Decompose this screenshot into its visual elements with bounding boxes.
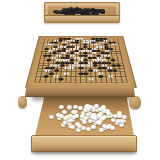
- black-stone: [55, 10, 59, 13]
- black-stone: [60, 11, 64, 14]
- white-stone: [82, 120, 87, 124]
- black-stone-tray[interactable]: [44, 2, 120, 23]
- go-set-photo: ●●●●●●●●●●●●●●●●●●●●●●●●●●●●●●●●●●●●●●●●…: [0, 0, 160, 160]
- white-stone: [94, 104, 99, 108]
- white-stone: [113, 114, 118, 118]
- white-stone: [77, 124, 82, 128]
- white-stone: [70, 125, 75, 129]
- white-stone: [122, 115, 127, 119]
- white-stone: [67, 105, 72, 109]
- white-stone: [106, 125, 111, 129]
- black-stone: [82, 9, 86, 12]
- white-stone: [106, 111, 111, 115]
- go-board: ●●●●●●●●●●●●●●●●●●●●●●●●●●●●●●●●●●●●●●●●…: [25, 18, 135, 96]
- white-stone: [110, 126, 115, 130]
- white-stone: [72, 115, 77, 119]
- left-leg: [18, 96, 27, 108]
- white-stone: [80, 114, 85, 118]
- tray-front: [45, 15, 119, 22]
- board-grid: ●●●●●●●●●●●●●●●●●●●●●●●●●●●●●●●●●●●●●●●●…: [32, 38, 130, 84]
- right-leg: [129, 96, 141, 109]
- white-stone: [99, 128, 104, 132]
- white-stone: [86, 127, 91, 131]
- white-stone: [49, 115, 54, 119]
- white-stone-drawer[interactable]: [31, 95, 137, 152]
- white-stone: [93, 116, 98, 120]
- board-cell[interactable]: [124, 81, 130, 84]
- board-front-edge: [25, 87, 135, 97]
- white-stone: [106, 114, 111, 118]
- white-stone: [91, 125, 96, 129]
- white-stone-pile: [37, 101, 131, 135]
- drawer-shadow: [34, 149, 134, 154]
- white-stone: [59, 105, 64, 109]
- board-surface: ●●●●●●●●●●●●●●●●●●●●●●●●●●●●●●●●●●●●●●●●…: [25, 36, 137, 88]
